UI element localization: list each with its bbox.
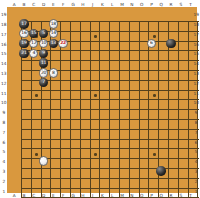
- row-label-left-6: 6: [2, 139, 5, 144]
- col-label-top-b: B: [23, 1, 26, 6]
- row-label-left-16: 16: [1, 41, 6, 46]
- col-label-top-e: E: [52, 1, 55, 6]
- row-label-right-11: 11: [193, 90, 198, 95]
- row-label-left-10: 10: [1, 100, 6, 105]
- row-label-left-11: 11: [1, 90, 6, 95]
- stone-white-d16: 10: [39, 39, 48, 48]
- col-label-top-q: Q: [160, 1, 163, 6]
- col-label-bottom-a: A: [13, 193, 16, 198]
- col-label-top-p: P: [150, 1, 153, 6]
- row-label-left-8: 8: [2, 120, 5, 125]
- col-label-bottom-m: M: [120, 193, 124, 198]
- stone-black-d17: 5: [39, 29, 48, 38]
- row-label-right-1: 1: [195, 188, 198, 193]
- go-diagram: 45678910111213141516171819202122 AABBCCD…: [0, 0, 200, 198]
- col-label-top-m: M: [120, 1, 124, 6]
- col-label-top-l: L: [111, 1, 113, 6]
- row-label-left-12: 12: [1, 80, 6, 85]
- col-label-bottom-p: P: [150, 193, 153, 198]
- col-label-top-h: H: [81, 1, 84, 6]
- col-label-top-d: D: [42, 1, 45, 6]
- row-label-left-1: 1: [2, 188, 5, 193]
- col-label-bottom-n: N: [130, 193, 133, 198]
- stone-white-b17: 16: [19, 29, 28, 38]
- row-label-left-13: 13: [1, 71, 6, 76]
- row-label-left-7: 7: [2, 129, 5, 134]
- row-label-right-14: 14: [193, 61, 198, 66]
- col-label-bottom-f: F: [62, 193, 64, 198]
- row-label-left-5: 5: [2, 149, 5, 154]
- col-label-bottom-h: H: [81, 193, 84, 198]
- row-label-right-19: 19: [193, 12, 198, 17]
- stone-white-c16: 12: [29, 39, 38, 48]
- stone-white-d4: [39, 156, 48, 165]
- stone-white-f16: 22: [58, 39, 67, 48]
- col-label-bottom-b: B: [23, 193, 26, 198]
- col-label-top-j: J: [92, 1, 93, 6]
- col-label-bottom-o: O: [140, 193, 143, 198]
- col-label-top-f: F: [62, 1, 64, 6]
- col-label-top-t: T: [189, 1, 192, 6]
- stone-black-c17: 15: [29, 29, 38, 38]
- row-label-right-18: 18: [193, 22, 198, 27]
- col-label-bottom-s: S: [179, 193, 182, 198]
- row-label-left-18: 18: [1, 22, 6, 27]
- col-label-bottom-j: J: [92, 193, 93, 198]
- row-label-right-17: 17: [193, 31, 198, 36]
- col-label-bottom-d: D: [42, 193, 45, 198]
- stone-black-b18: 17: [19, 19, 28, 28]
- row-label-left-9: 9: [2, 110, 5, 115]
- stone-white-e13: 8: [49, 68, 58, 77]
- col-label-bottom-c: C: [32, 193, 35, 198]
- row-label-right-5: 5: [195, 149, 198, 154]
- board-grid[interactable]: 45678910111213141516171819202122: [9, 9, 195, 195]
- row-label-left-17: 17: [1, 31, 6, 36]
- col-label-top-a: A: [13, 1, 16, 6]
- stone-black-e16: 13: [49, 39, 58, 48]
- stone-black-d12: 7: [39, 78, 48, 87]
- row-label-left-4: 4: [2, 159, 5, 164]
- col-label-top-k: K: [101, 1, 104, 6]
- col-label-bottom-l: L: [111, 193, 113, 198]
- col-label-bottom-k: K: [101, 193, 104, 198]
- col-label-top-o: O: [140, 1, 143, 6]
- stone-black-b15: 21: [19, 49, 28, 58]
- col-label-top-n: N: [130, 1, 133, 6]
- col-label-top-g: G: [71, 1, 74, 6]
- stone-white-c15: 4: [29, 49, 38, 58]
- row-label-right-9: 9: [195, 110, 198, 115]
- col-label-top-s: S: [179, 1, 182, 6]
- col-label-top-c: C: [32, 1, 35, 6]
- stone-white-d13: 20: [39, 68, 48, 77]
- row-label-right-10: 10: [193, 100, 198, 105]
- row-label-left-14: 14: [1, 61, 6, 66]
- stone-white-e17: 14: [49, 29, 58, 38]
- row-label-right-16: 16: [193, 41, 198, 46]
- stone-black-d14: 11: [39, 58, 48, 67]
- col-label-bottom-t: T: [189, 193, 192, 198]
- row-label-left-3: 3: [2, 169, 5, 174]
- row-label-right-8: 8: [195, 120, 198, 125]
- row-label-right-2: 2: [195, 178, 198, 183]
- col-label-bottom-q: Q: [160, 193, 163, 198]
- row-label-left-19: 19: [1, 12, 6, 17]
- row-label-right-7: 7: [195, 129, 198, 134]
- stone-white-e18: 18: [49, 19, 58, 28]
- row-label-right-12: 12: [193, 80, 198, 85]
- row-label-right-6: 6: [195, 139, 198, 144]
- col-label-bottom-g: G: [71, 193, 74, 198]
- stone-white-p16: 6: [147, 39, 156, 48]
- row-label-right-15: 15: [193, 51, 198, 56]
- stone-black-d15: 9: [39, 49, 48, 58]
- row-label-right-4: 4: [195, 159, 198, 164]
- col-label-top-r: R: [170, 1, 173, 6]
- row-label-left-15: 15: [1, 51, 6, 56]
- row-label-left-2: 2: [2, 178, 5, 183]
- col-label-bottom-r: R: [170, 193, 173, 198]
- row-label-right-13: 13: [193, 71, 198, 76]
- col-label-bottom-e: E: [52, 193, 55, 198]
- row-label-right-3: 3: [195, 169, 198, 174]
- stone-black-r16: [166, 39, 175, 48]
- stone-black-q3: [156, 166, 165, 175]
- stone-black-b16: 19: [19, 39, 28, 48]
